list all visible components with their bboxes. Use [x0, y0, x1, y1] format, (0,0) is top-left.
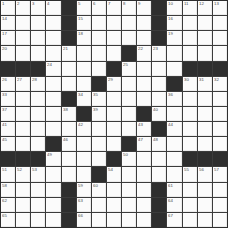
cell-r6c10[interactable]: [137, 77, 151, 91]
cell-r4c4[interactable]: [46, 46, 60, 60]
cell-r1c4[interactable]: 4: [46, 1, 60, 15]
clue-number: 25: [123, 62, 128, 67]
cell-r7c9[interactable]: [122, 92, 136, 106]
black-cell-r3c11: [152, 31, 166, 45]
cell-r5c9[interactable]: 25: [122, 62, 136, 76]
cell-r7c1[interactable]: 33: [1, 92, 15, 106]
clue-number: 41: [2, 122, 7, 127]
clue-number: 29: [108, 77, 113, 82]
cell-r8c7[interactable]: 39: [92, 107, 106, 121]
cell-r14c12[interactable]: 64: [167, 198, 181, 212]
cell-r7c15[interactable]: [213, 92, 227, 106]
cell-r2c2[interactable]: [16, 16, 30, 30]
black-cell-r5c1: [1, 62, 15, 76]
cell-r5c5[interactable]: [62, 62, 76, 76]
cell-r15c9[interactable]: [122, 213, 136, 227]
clue-number: 66: [78, 213, 83, 218]
cell-r8c1[interactable]: 37: [1, 107, 15, 121]
black-cell-r11c2: [16, 152, 30, 166]
cell-r9c12[interactable]: 44: [167, 122, 181, 136]
clue-number: 62: [2, 198, 7, 203]
cell-r4c7[interactable]: [92, 46, 106, 60]
clue-number: 9: [138, 1, 140, 6]
cell-r3c7[interactable]: [92, 31, 106, 45]
cell-r2c14[interactable]: [198, 16, 212, 30]
black-cell-r14c5: [62, 198, 76, 212]
black-cell-r2c5: [62, 16, 76, 30]
black-cell-r7c5: [62, 92, 76, 106]
cell-r3c10[interactable]: [137, 31, 151, 45]
black-cell-r3c5: [62, 31, 76, 45]
cell-r3c8[interactable]: [107, 31, 121, 45]
cell-r11c5[interactable]: [62, 152, 76, 166]
cell-r9c7[interactable]: [92, 122, 106, 136]
cell-r10c13[interactable]: [183, 137, 197, 151]
clue-number: 11: [184, 1, 188, 6]
cell-r13c12[interactable]: 61: [167, 183, 181, 197]
clue-number: 56: [199, 167, 204, 172]
cell-r6c8[interactable]: 29: [107, 77, 121, 91]
cell-r9c3[interactable]: [31, 122, 45, 136]
cell-r15c14[interactable]: [198, 213, 212, 227]
clue-number: 28: [32, 77, 37, 82]
cell-r3c12[interactable]: 19: [167, 31, 181, 45]
cell-r14c6[interactable]: 63: [77, 198, 91, 212]
cell-r3c4[interactable]: [46, 31, 60, 45]
cell-r5c12[interactable]: [167, 62, 181, 76]
clue-number: 67: [168, 213, 173, 218]
cell-r10c15[interactable]: [213, 137, 227, 151]
cell-r14c10[interactable]: [137, 198, 151, 212]
clue-number: 40: [153, 107, 158, 112]
clue-number: 65: [2, 213, 7, 218]
clue-number: 44: [168, 122, 173, 127]
cell-r13c2[interactable]: [16, 183, 30, 197]
cell-r7c14[interactable]: [198, 92, 212, 106]
cell-r3c1[interactable]: 17: [1, 31, 15, 45]
cell-r14c15[interactable]: [213, 198, 227, 212]
clue-number: 22: [138, 46, 143, 51]
cell-r10c14[interactable]: [198, 137, 212, 151]
cell-r7c10[interactable]: [137, 92, 151, 106]
black-cell-r11c8: [107, 152, 121, 166]
cell-r10c7[interactable]: [92, 137, 106, 151]
clue-number: 53: [32, 167, 37, 172]
cell-r5c6[interactable]: [77, 62, 91, 76]
cell-r14c1[interactable]: 62: [1, 198, 15, 212]
cell-r11c4[interactable]: 49: [46, 152, 60, 166]
cell-r13c1[interactable]: 58: [1, 183, 15, 197]
clue-number: 35: [93, 92, 98, 97]
cell-r3c9[interactable]: [122, 31, 136, 45]
cell-r1c10[interactable]: 9: [137, 1, 151, 15]
cell-r5c11[interactable]: [152, 62, 166, 76]
cell-r14c2[interactable]: [16, 198, 30, 212]
cell-r4c2[interactable]: [16, 46, 30, 60]
black-cell-r5c14: [198, 62, 212, 76]
clue-number: 33: [2, 92, 7, 97]
cell-r12c8[interactable]: 54: [107, 167, 121, 181]
cell-r8c11[interactable]: 40: [152, 107, 166, 121]
cell-r6c2[interactable]: 27: [16, 77, 30, 91]
cell-r6c11[interactable]: [152, 77, 166, 91]
cell-r11c7[interactable]: [92, 152, 106, 166]
clue-number: 6: [93, 1, 95, 6]
clue-number: 21: [63, 46, 68, 51]
cell-r10c8[interactable]: [107, 137, 121, 151]
cell-r7c6[interactable]: 34: [77, 92, 91, 106]
cell-r12c14[interactable]: 56: [198, 167, 212, 181]
cell-r7c13[interactable]: [183, 92, 197, 106]
cell-r4c11[interactable]: 23: [152, 46, 166, 60]
clue-number: 34: [78, 92, 83, 97]
black-cell-r11c13: [183, 152, 197, 166]
cell-r10c5[interactable]: 46: [62, 137, 76, 151]
cell-r15c13[interactable]: [183, 213, 197, 227]
cell-r2c7[interactable]: [92, 16, 106, 30]
cell-r11c11[interactable]: [152, 152, 166, 166]
cell-r13c6[interactable]: 59: [77, 183, 91, 197]
clue-number: 31: [199, 77, 204, 82]
cell-r7c8[interactable]: [107, 92, 121, 106]
clue-number: 12: [199, 1, 204, 6]
cell-r4c3[interactable]: [31, 46, 45, 60]
cell-r8c5[interactable]: 38: [62, 107, 76, 121]
clue-number: 38: [63, 107, 68, 112]
clue-number: 61: [168, 183, 173, 188]
cell-r12c5[interactable]: [62, 167, 76, 181]
cell-r5c7[interactable]: [92, 62, 106, 76]
cell-r2c8[interactable]: [107, 16, 121, 30]
clue-number: 43: [138, 122, 143, 127]
cell-r3c3[interactable]: [31, 31, 45, 45]
cell-r9c5[interactable]: [62, 122, 76, 136]
clue-number: 7: [108, 1, 110, 6]
clue-number: 1: [2, 1, 4, 6]
cell-r14c4[interactable]: [46, 198, 60, 212]
black-cell-r6c12: [167, 77, 181, 91]
clue-number: 63: [78, 198, 83, 203]
cell-r8c14[interactable]: [198, 107, 212, 121]
cell-r14c7[interactable]: [92, 198, 106, 212]
clue-number: 5: [78, 1, 80, 6]
cell-r6c13[interactable]: 30: [183, 77, 197, 91]
cell-r11c12[interactable]: [167, 152, 181, 166]
clue-number: 27: [17, 77, 22, 82]
cell-r9c9[interactable]: [122, 122, 136, 136]
cell-r13c4[interactable]: [46, 183, 60, 197]
clue-number: 48: [153, 137, 158, 142]
cell-r12c10[interactable]: [137, 167, 151, 181]
cell-r12c6[interactable]: [77, 167, 91, 181]
cell-r12c1[interactable]: 51: [1, 167, 15, 181]
cell-r15c8[interactable]: [107, 213, 121, 227]
clue-number: 32: [214, 77, 219, 82]
cell-r11c9[interactable]: 50: [122, 152, 136, 166]
crossword-grid: 1234567891011121314151617181920212223242…: [0, 0, 228, 228]
cell-r7c2[interactable]: [16, 92, 30, 106]
cell-r10c11[interactable]: 48: [152, 137, 166, 151]
black-cell-r8c6: [77, 107, 91, 121]
clue-number: 2: [17, 1, 19, 6]
cell-r6c9[interactable]: [122, 77, 136, 91]
cell-r9c15[interactable]: [213, 122, 227, 136]
black-cell-r11c3: [31, 152, 45, 166]
clue-number: 4: [47, 1, 49, 6]
clue-number: 3: [32, 1, 34, 6]
cell-r10c10[interactable]: 47: [137, 137, 151, 151]
black-cell-r5c2: [16, 62, 30, 76]
black-cell-r10c4: [46, 137, 60, 151]
cell-r2c12[interactable]: 16: [167, 16, 181, 30]
cell-r11c10[interactable]: [137, 152, 151, 166]
clue-number: 39: [93, 107, 98, 112]
cell-r15c7[interactable]: [92, 213, 106, 227]
cell-r9c10[interactable]: 43: [137, 122, 151, 136]
clue-number: 23: [153, 46, 158, 51]
cell-r1c8[interactable]: 7: [107, 1, 121, 15]
cell-r2c9[interactable]: [122, 16, 136, 30]
black-cell-r1c5: [62, 1, 76, 15]
cell-r2c4[interactable]: [46, 16, 60, 30]
clue-number: 59: [78, 183, 83, 188]
cell-r6c6[interactable]: [77, 77, 91, 91]
cell-r4c6[interactable]: [77, 46, 91, 60]
cell-r10c12[interactable]: [167, 137, 181, 151]
black-cell-r5c3: [31, 62, 45, 76]
cell-r1c14[interactable]: 12: [198, 1, 212, 15]
cell-r3c15[interactable]: [213, 31, 227, 45]
cell-r10c2[interactable]: [16, 137, 30, 151]
black-cell-r9c11: [152, 122, 166, 136]
cell-r13c15[interactable]: [213, 183, 227, 197]
black-cell-r11c15: [213, 152, 227, 166]
cell-r14c14[interactable]: [198, 198, 212, 212]
cell-r8c2[interactable]: [16, 107, 30, 121]
clue-number: 26: [2, 77, 7, 82]
cell-r4c8[interactable]: [107, 46, 121, 60]
black-cell-r11c14: [198, 152, 212, 166]
cell-r14c9[interactable]: [122, 198, 136, 212]
cell-r7c3[interactable]: [31, 92, 45, 106]
black-cell-r6c7: [92, 77, 106, 91]
clue-number: 37: [2, 107, 7, 112]
cell-r6c1[interactable]: 26: [1, 77, 15, 91]
cell-r2c1[interactable]: 14: [1, 16, 15, 30]
cell-r6c14[interactable]: 31: [198, 77, 212, 91]
clue-number: 64: [168, 198, 173, 203]
cell-r15c10[interactable]: [137, 213, 151, 227]
cell-r8c4[interactable]: [46, 107, 60, 121]
cell-r6c3[interactable]: 28: [31, 77, 45, 91]
clue-number: 36: [168, 92, 173, 97]
black-cell-r5c8: [107, 62, 121, 76]
cell-r12c15[interactable]: 57: [213, 167, 227, 181]
cell-r7c4[interactable]: [46, 92, 60, 106]
cell-r13c8[interactable]: [107, 183, 121, 197]
cell-r14c13[interactable]: [183, 198, 197, 212]
cell-r6c15[interactable]: 32: [213, 77, 227, 91]
clue-number: 30: [184, 77, 189, 82]
clue-number: 60: [93, 183, 98, 188]
cell-r15c2[interactable]: [16, 213, 30, 227]
clue-number: 57: [214, 167, 219, 172]
cell-r10c6[interactable]: [77, 137, 91, 151]
cell-r12c12[interactable]: [167, 167, 181, 181]
cell-r8c9[interactable]: [122, 107, 136, 121]
clue-number: 18: [78, 31, 83, 36]
clue-number: 47: [138, 137, 143, 142]
cell-r13c3[interactable]: [31, 183, 45, 197]
cell-r13c9[interactable]: [122, 183, 136, 197]
cell-r9c1[interactable]: 41: [1, 122, 15, 136]
cell-r1c2[interactable]: 2: [16, 1, 30, 15]
clue-number: 50: [123, 152, 128, 157]
cell-r9c2[interactable]: [16, 122, 30, 136]
cell-r9c4[interactable]: [46, 122, 60, 136]
cell-r6c5[interactable]: [62, 77, 76, 91]
clue-number: 42: [78, 122, 83, 127]
black-cell-r2c11: [152, 16, 166, 30]
clue-number: 24: [47, 62, 52, 67]
cell-r1c12[interactable]: 10: [167, 1, 181, 15]
cell-r1c13[interactable]: 11: [183, 1, 197, 15]
cell-r13c10[interactable]: [137, 183, 151, 197]
cell-r12c13[interactable]: 55: [183, 167, 197, 181]
black-cell-r13c11: [152, 183, 166, 197]
cell-r14c3[interactable]: [31, 198, 45, 212]
cell-r4c14[interactable]: [198, 46, 212, 60]
black-cell-r12c7: [92, 167, 106, 181]
clue-number: 13: [214, 1, 219, 6]
cell-r12c11[interactable]: [152, 167, 166, 181]
cell-r4c5[interactable]: 21: [62, 46, 76, 60]
clue-number: 49: [47, 152, 52, 157]
cell-r3c13[interactable]: [183, 31, 197, 45]
cell-r15c12[interactable]: 67: [167, 213, 181, 227]
clue-number: 20: [2, 46, 7, 51]
cell-r2c3[interactable]: [31, 16, 45, 30]
black-cell-r10c9: [122, 137, 136, 151]
cell-r1c15[interactable]: 13: [213, 1, 227, 15]
cell-r1c3[interactable]: 3: [31, 1, 45, 15]
cell-r8c12[interactable]: [167, 107, 181, 121]
cell-r10c3[interactable]: [31, 137, 45, 151]
clue-number: 55: [184, 167, 189, 172]
cell-r6c4[interactable]: [46, 77, 60, 91]
cell-r15c15[interactable]: [213, 213, 227, 227]
cell-r9c6[interactable]: 42: [77, 122, 91, 136]
cell-r4c10[interactable]: 22: [137, 46, 151, 60]
cell-r14c8[interactable]: [107, 198, 121, 212]
black-cell-r4c9: [122, 46, 136, 60]
cell-r8c15[interactable]: [213, 107, 227, 121]
clue-number: 51: [2, 167, 7, 172]
cell-r2c10[interactable]: [137, 16, 151, 30]
cell-r9c8[interactable]: [107, 122, 121, 136]
cell-r3c2[interactable]: [16, 31, 30, 45]
cell-r1c9[interactable]: 8: [122, 1, 136, 15]
black-cell-r15c11: [152, 213, 166, 227]
cell-r7c12[interactable]: 36: [167, 92, 181, 106]
cell-r1c6[interactable]: 5: [77, 1, 91, 15]
black-cell-r5c13: [183, 62, 197, 76]
black-cell-r14c11: [152, 198, 166, 212]
cell-r15c1[interactable]: 65: [1, 213, 15, 227]
cell-r12c4[interactable]: [46, 167, 60, 181]
black-cell-r1c11: [152, 1, 166, 15]
cell-r4c1[interactable]: 20: [1, 46, 15, 60]
black-cell-r11c1: [1, 152, 15, 166]
cell-r4c15[interactable]: [213, 46, 227, 60]
clue-number: 54: [108, 167, 113, 172]
cell-r9c14[interactable]: [198, 122, 212, 136]
cell-r4c13[interactable]: [183, 46, 197, 60]
cell-r7c11[interactable]: [152, 92, 166, 106]
clue-number: 14: [2, 16, 7, 21]
cell-r2c13[interactable]: [183, 16, 197, 30]
cell-r7c7[interactable]: 35: [92, 92, 106, 106]
clue-number: 58: [2, 183, 7, 188]
cell-r2c15[interactable]: [213, 16, 227, 30]
cell-r2c6[interactable]: 15: [77, 16, 91, 30]
cell-r15c6[interactable]: 66: [77, 213, 91, 227]
cell-r1c1[interactable]: 1: [1, 1, 15, 15]
cell-r5c10[interactable]: [137, 62, 151, 76]
black-cell-r8c10: [137, 107, 151, 121]
clue-number: 45: [2, 137, 7, 142]
cell-r11c6[interactable]: [77, 152, 91, 166]
cell-r15c4[interactable]: [46, 213, 60, 227]
cell-r9c13[interactable]: [183, 122, 197, 136]
cell-r5c4[interactable]: 24: [46, 62, 60, 76]
black-cell-r5c15: [213, 62, 227, 76]
clue-number: 15: [78, 16, 83, 21]
cell-r12c9[interactable]: [122, 167, 136, 181]
black-cell-r15c5: [62, 213, 76, 227]
clue-number: 8: [123, 1, 125, 6]
clue-number: 19: [168, 31, 173, 36]
clue-number: 16: [168, 16, 173, 21]
cell-r4c12[interactable]: [167, 46, 181, 60]
clue-number: 17: [2, 31, 7, 36]
cell-r12c3[interactable]: 53: [31, 167, 45, 181]
clue-number: 10: [168, 1, 173, 6]
black-cell-r13c5: [62, 183, 76, 197]
clue-number: 52: [17, 167, 22, 172]
cell-r10c1[interactable]: 45: [1, 137, 15, 151]
cell-r3c14[interactable]: [198, 31, 212, 45]
cell-r8c13[interactable]: [183, 107, 197, 121]
cell-r13c7[interactable]: 60: [92, 183, 106, 197]
cell-r8c3[interactable]: [31, 107, 45, 121]
cell-r13c13[interactable]: [183, 183, 197, 197]
clue-number: 46: [63, 137, 68, 142]
cell-r1c7[interactable]: 6: [92, 1, 106, 15]
cell-r12c2[interactable]: 52: [16, 167, 30, 181]
cell-r3c6[interactable]: 18: [77, 31, 91, 45]
cell-r15c3[interactable]: [31, 213, 45, 227]
cell-r13c14[interactable]: [198, 183, 212, 197]
cell-r8c8[interactable]: [107, 107, 121, 121]
